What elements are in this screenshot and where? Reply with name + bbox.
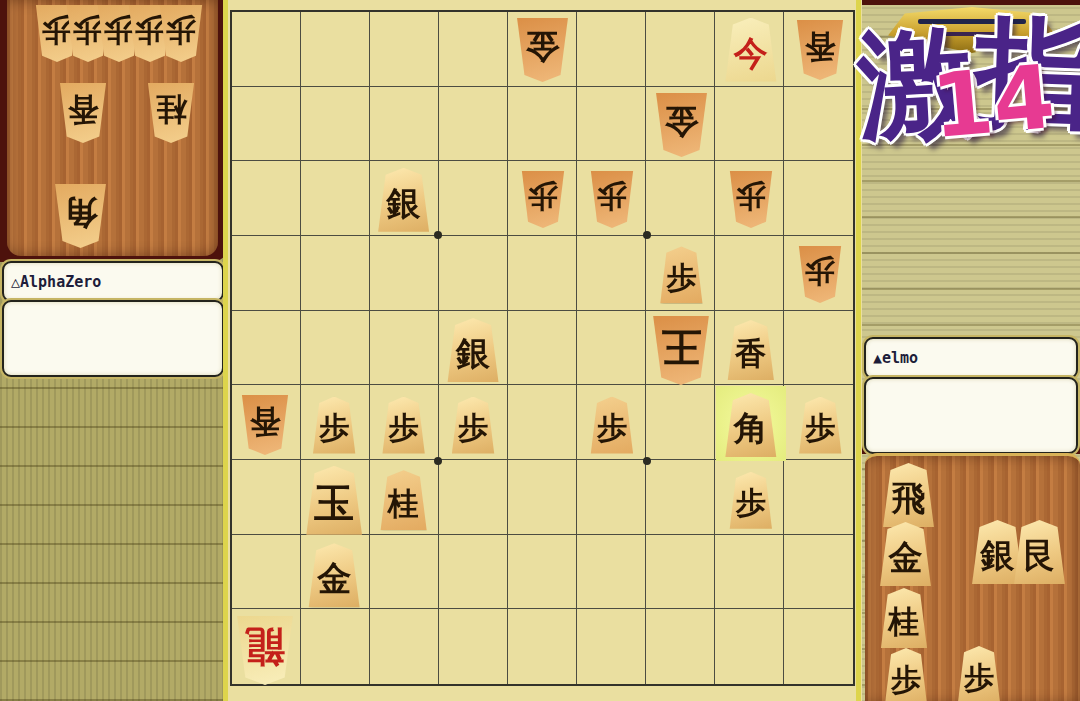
hand-piece-knight[interactable]: 桂 (880, 588, 928, 648)
square-6e[interactable] (439, 311, 508, 386)
piece-kanji: 香 (68, 95, 99, 126)
piece-kanji: 桂 (156, 95, 187, 126)
square-6h[interactable] (439, 535, 508, 610)
square-2b[interactable] (715, 87, 784, 162)
square-7e[interactable] (370, 311, 439, 386)
square-4h[interactable] (577, 535, 646, 610)
square-7c[interactable] (370, 161, 439, 236)
square-3f[interactable] (646, 385, 715, 460)
hand-piece-pawn[interactable]: 歩 (884, 648, 928, 701)
square-6i[interactable] (439, 609, 508, 684)
square-5a[interactable] (508, 12, 577, 87)
gote-player-name: △AlphaZero (2, 261, 224, 302)
hand-piece-pawn[interactable]: 歩 (159, 5, 203, 62)
square-1d[interactable] (784, 236, 853, 311)
left-board-edge (223, 0, 228, 701)
square-1i[interactable] (784, 609, 853, 684)
square-9b[interactable] (232, 87, 301, 162)
square-8g[interactable] (301, 460, 370, 535)
gekisashi-logo: 激 指 14 (862, 0, 1080, 185)
piece-kanji: 銀 (981, 538, 1015, 572)
square-6c[interactable] (439, 161, 508, 236)
square-6f[interactable] (439, 385, 508, 460)
square-7d[interactable] (370, 236, 439, 311)
square-7a[interactable] (370, 12, 439, 87)
piece-kanji: 角 (64, 196, 98, 230)
square-6a[interactable] (439, 12, 508, 87)
square-4a[interactable] (577, 12, 646, 87)
square-2d[interactable] (715, 236, 784, 311)
piece-kanji: 歩 (964, 663, 994, 693)
board-area: 金今香金銀歩歩歩歩歩銀王香香歩歩歩歩角歩玉桂歩金龍 (228, 0, 862, 701)
square-9c[interactable] (232, 161, 301, 236)
hand-piece-knight[interactable]: 桂 (147, 83, 195, 143)
square-2e[interactable] (715, 311, 784, 386)
square-1b[interactable] (784, 87, 853, 162)
square-7b[interactable] (370, 87, 439, 162)
square-4i[interactable] (577, 609, 646, 684)
square-3g[interactable] (646, 460, 715, 535)
square-4f[interactable] (577, 385, 646, 460)
sente-player-name: ▲elmo (864, 337, 1078, 379)
sente-captured-tray: 飛金銀艮桂歩歩 (865, 453, 1080, 701)
piece-kanji: 歩 (104, 16, 134, 46)
logo-version-number: 14 (928, 53, 1058, 151)
hand-piece-lance[interactable]: 香 (59, 83, 107, 143)
square-9g[interactable] (232, 460, 301, 535)
square-8e[interactable] (301, 311, 370, 386)
square-3b[interactable] (646, 87, 715, 162)
square-7f[interactable] (370, 385, 439, 460)
square-8h[interactable] (301, 535, 370, 610)
hand-piece-silver[interactable]: 艮 (1013, 520, 1066, 584)
hand-piece-gold[interactable]: 金 (879, 522, 932, 586)
square-9e[interactable] (232, 311, 301, 386)
sente-player-panel: ▲elmo (864, 337, 1078, 454)
piece-kanji: 飛 (892, 481, 926, 515)
square-3a[interactable] (646, 12, 715, 87)
square-2a[interactable] (715, 12, 784, 87)
square-1e[interactable] (784, 311, 853, 386)
square-1f[interactable] (784, 385, 853, 460)
square-5g[interactable] (508, 460, 577, 535)
gote-player-label: △AlphaZero (11, 273, 101, 291)
square-4e[interactable] (577, 311, 646, 386)
square-7h[interactable] (370, 535, 439, 610)
square-9f[interactable] (232, 385, 301, 460)
square-2f[interactable] (715, 385, 784, 460)
gote-info-box (2, 300, 224, 377)
square-5c[interactable] (508, 161, 577, 236)
square-1g[interactable] (784, 460, 853, 535)
square-3c[interactable] (646, 161, 715, 236)
gote-player-panel: △AlphaZero (2, 261, 224, 377)
square-6b[interactable] (439, 87, 508, 162)
square-8b[interactable] (301, 87, 370, 162)
piece-kanji: 艮 (1023, 538, 1057, 572)
square-8a[interactable] (301, 12, 370, 87)
square-2g[interactable] (715, 460, 784, 535)
hand-piece-bishop[interactable]: 角 (54, 184, 107, 248)
piece-kanji: 桂 (889, 606, 920, 637)
square-4c[interactable] (577, 161, 646, 236)
hand-piece-pawn[interactable]: 歩 (957, 646, 1001, 701)
sente-info-box (864, 377, 1078, 454)
square-8c[interactable] (301, 161, 370, 236)
piece-kanji: 歩 (73, 16, 103, 46)
square-5b[interactable] (508, 87, 577, 162)
piece-kanji: 歩 (891, 665, 921, 695)
square-2i[interactable] (715, 609, 784, 684)
piece-kanji: 歩 (135, 16, 165, 46)
square-1c[interactable] (784, 161, 853, 236)
square-5i[interactable] (508, 609, 577, 684)
shogi-app-window: 歩歩歩歩歩香桂角 △AlphaZero 金今香金銀歩歩歩歩歩銀王香香歩歩歩歩角歩… (0, 0, 1080, 701)
square-6g[interactable] (439, 460, 508, 535)
square-3e[interactable] (646, 311, 715, 386)
square-8d[interactable] (301, 236, 370, 311)
square-2h[interactable] (715, 535, 784, 610)
square-1h[interactable] (784, 535, 853, 610)
square-9h[interactable] (232, 535, 301, 610)
square-5d[interactable] (508, 236, 577, 311)
hand-piece-rook[interactable]: 飛 (882, 463, 935, 527)
square-3h[interactable] (646, 535, 715, 610)
sente-player-label: ▲elmo (873, 349, 918, 367)
square-3i[interactable] (646, 609, 715, 684)
square-9d[interactable] (232, 236, 301, 311)
square-6d[interactable] (439, 236, 508, 311)
shogi-board (230, 10, 855, 686)
square-9a[interactable] (232, 12, 301, 87)
square-5f[interactable] (508, 385, 577, 460)
square-9i[interactable] (232, 609, 301, 684)
square-7i[interactable] (370, 609, 439, 684)
piece-kanji: 歩 (42, 16, 72, 46)
piece-kanji: 歩 (166, 16, 196, 46)
gote-captured-tray: 歩歩歩歩歩香桂角 (7, 0, 218, 256)
square-8f[interactable] (301, 385, 370, 460)
square-4d[interactable] (577, 236, 646, 311)
square-2c[interactable] (715, 161, 784, 236)
square-5h[interactable] (508, 535, 577, 610)
square-7g[interactable] (370, 460, 439, 535)
square-8i[interactable] (301, 609, 370, 684)
square-3d[interactable] (646, 236, 715, 311)
square-5e[interactable] (508, 311, 577, 386)
square-4g[interactable] (577, 460, 646, 535)
square-4b[interactable] (577, 87, 646, 162)
piece-kanji: 金 (889, 540, 923, 574)
square-1a[interactable] (784, 12, 853, 87)
